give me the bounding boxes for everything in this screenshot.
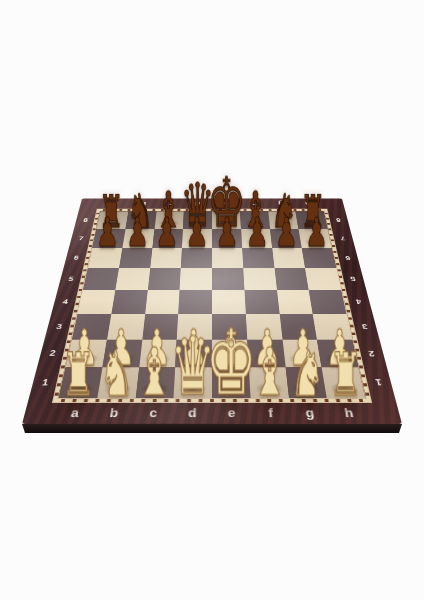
piece-black-pawn[interactable]: ♟	[305, 212, 328, 253]
reflection-h	[328, 402, 371, 424]
square-c6[interactable]	[150, 248, 182, 268]
piece-white-rook[interactable]: ♜	[329, 345, 363, 405]
board-grid: ♜♞♝♛♚♝♞♜♟♟♟♟♟♟♟♟♟♟♟♟♟♟♟♟♜♞♝♛♚♝♞♜	[58, 211, 367, 399]
piece-white-knight[interactable]: ♞	[290, 342, 325, 404]
square-f6[interactable]	[242, 248, 274, 268]
square-f7[interactable]: ♟	[241, 229, 272, 248]
square-b1[interactable]: ♞	[97, 367, 139, 398]
file-labels-bottom: abcdefgh	[53, 402, 371, 424]
square-g6[interactable]	[272, 248, 305, 268]
square-e7[interactable]: ♟	[212, 229, 242, 248]
rank-label-right-6: 6	[336, 248, 361, 268]
square-a1[interactable]: ♜	[59, 367, 102, 398]
square-d5[interactable]	[180, 268, 212, 290]
file-labels-top: abcdefgh	[101, 198, 323, 209]
file-label-f: f	[251, 402, 292, 424]
reflection-e	[212, 402, 252, 424]
piece-white-bishop[interactable]: ♝	[136, 339, 173, 405]
square-h5[interactable]	[305, 268, 341, 290]
rank-label-right-8: 8	[327, 211, 350, 229]
piece-white-bishop[interactable]: ♝	[251, 339, 288, 405]
square-h1[interactable]: ♜	[322, 367, 365, 398]
square-c4[interactable]	[145, 290, 180, 314]
square-c5[interactable]	[147, 268, 181, 290]
rank-label-right-7: 7	[331, 229, 355, 248]
square-h4[interactable]	[309, 290, 347, 314]
reflection-b	[93, 402, 135, 424]
rank-label-right-5: 5	[340, 268, 366, 290]
square-d7[interactable]: ♟	[182, 229, 212, 248]
square-a6[interactable]	[88, 248, 122, 268]
reflection-g	[289, 402, 331, 424]
piece-white-rook[interactable]: ♜	[61, 345, 95, 405]
piece-black-pawn[interactable]: ♟	[245, 212, 268, 253]
chess-board: abcdefgh abcdefgh 87654321 87654321 ♜♞♝♛…	[22, 198, 402, 424]
square-b7[interactable]: ♟	[122, 229, 154, 248]
file-label-b: b	[93, 402, 135, 424]
reflection-f	[251, 402, 292, 424]
square-b4[interactable]	[111, 290, 147, 314]
square-a7[interactable]: ♟	[92, 229, 125, 248]
product-photo-scene: abcdefgh abcdefgh 87654321 87654321 ♜♞♝♛…	[0, 0, 424, 600]
square-a5[interactable]	[83, 268, 119, 290]
reflection-a	[53, 402, 96, 424]
file-label-c: c	[133, 402, 174, 424]
file-label-top-h: h	[294, 198, 324, 209]
square-e1[interactable]: ♚	[212, 367, 250, 398]
piece-black-pawn[interactable]: ♟	[186, 212, 209, 253]
square-f5[interactable]	[243, 268, 277, 290]
square-a4[interactable]	[78, 290, 116, 314]
piece-black-pawn[interactable]: ♟	[96, 212, 119, 253]
square-e5[interactable]	[212, 268, 244, 290]
square-h7[interactable]: ♟	[299, 229, 332, 248]
file-label-top-g: g	[266, 198, 295, 209]
file-label-top-a: a	[101, 198, 131, 209]
square-h6[interactable]	[302, 248, 336, 268]
square-g4[interactable]	[277, 290, 313, 314]
square-b5[interactable]	[115, 268, 150, 290]
file-label-top-e: e	[212, 198, 240, 209]
square-b6[interactable]	[119, 248, 152, 268]
file-label-d: d	[172, 402, 212, 424]
rank-label-right-3: 3	[351, 314, 380, 340]
piece-white-king[interactable]: ♚	[205, 317, 256, 408]
square-d6[interactable]	[181, 248, 212, 268]
file-label-h: h	[328, 402, 371, 424]
rank-label-right-4: 4	[345, 290, 372, 314]
square-e6[interactable]	[212, 248, 243, 268]
reflection-d	[172, 402, 212, 424]
piece-black-pawn[interactable]: ♟	[215, 212, 238, 253]
square-g1[interactable]: ♞	[285, 367, 327, 398]
file-label-a: a	[53, 402, 96, 424]
square-g5[interactable]	[274, 268, 309, 290]
square-c7[interactable]: ♟	[152, 229, 183, 248]
playing-field: ♜♞♝♛♚♝♞♜♟♟♟♟♟♟♟♟♟♟♟♟♟♟♟♟♜♞♝♛♚♝♞♜	[53, 209, 371, 402]
piece-white-knight[interactable]: ♞	[99, 342, 134, 404]
file-label-top-f: f	[239, 198, 267, 209]
board-side-edge	[22, 424, 402, 433]
piece-black-pawn[interactable]: ♟	[156, 212, 179, 253]
file-label-top-d: d	[184, 198, 212, 209]
rank-label-right-2: 2	[357, 339, 387, 367]
file-label-e: e	[212, 402, 252, 424]
file-label-g: g	[289, 402, 331, 424]
square-g7[interactable]: ♟	[270, 229, 302, 248]
square-f1[interactable]: ♝	[249, 367, 289, 398]
reflection-c	[133, 402, 174, 424]
piece-reflections	[53, 402, 371, 424]
file-label-top-b: b	[129, 198, 158, 209]
piece-black-pawn[interactable]: ♟	[126, 212, 149, 253]
file-label-top-c: c	[156, 198, 184, 209]
piece-black-pawn[interactable]: ♟	[275, 212, 298, 253]
